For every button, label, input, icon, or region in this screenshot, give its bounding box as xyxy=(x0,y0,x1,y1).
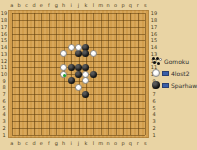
player-row-black[interactable]: Sparhawk xyxy=(152,79,197,91)
coordinate-label: 1 xyxy=(2,132,5,137)
coordinate-label: a xyxy=(10,141,13,146)
coordinate-label: 11 xyxy=(1,65,7,70)
coordinate-label: m xyxy=(98,141,103,146)
coordinate-label: 6 xyxy=(2,98,5,103)
coordinate-label: f xyxy=(48,3,50,8)
coordinate-label: l xyxy=(93,3,94,8)
grid-line-vertical xyxy=(108,13,109,134)
game-title: Gomoku xyxy=(164,58,189,65)
coordinate-label: p xyxy=(121,141,124,146)
coordinate-label: 10 xyxy=(1,72,7,77)
coordinate-label: e xyxy=(40,3,43,8)
white-stone-j8[interactable] xyxy=(75,84,82,91)
white-stone-icon xyxy=(152,69,160,77)
coordinate-label: l xyxy=(93,141,94,146)
coordinate-label: 15 xyxy=(151,38,157,43)
black-stone-l10[interactable] xyxy=(90,71,97,78)
black-stone-j10[interactable] xyxy=(75,71,82,78)
black-stone-j13[interactable] xyxy=(75,50,82,57)
coordinate-label: j xyxy=(78,141,79,146)
white-stone-j14[interactable] xyxy=(75,44,82,51)
coordinate-label: m xyxy=(98,3,103,8)
coordinate-label: i xyxy=(70,141,71,146)
coordinate-label: o xyxy=(114,3,117,8)
black-stone-j11[interactable] xyxy=(75,64,82,71)
coordinate-label: g xyxy=(55,141,58,146)
coordinate-label: 3 xyxy=(2,119,5,124)
grid-line-horizontal xyxy=(12,114,146,115)
coordinate-label: k xyxy=(84,3,87,8)
white-stone-i14[interactable] xyxy=(68,44,75,51)
coordinate-label: h xyxy=(62,3,65,8)
white-stone-l13[interactable] xyxy=(90,50,97,57)
coordinate-label: i xyxy=(70,3,71,8)
grid-line-vertical xyxy=(145,13,146,134)
black-stone-k7[interactable] xyxy=(82,91,89,98)
black-player-flag-icon xyxy=(162,83,169,88)
coordinate-label: 17 xyxy=(151,24,157,29)
coordinate-label: n xyxy=(107,141,110,146)
white-stone-k9[interactable] xyxy=(82,77,89,84)
black-stone-i9[interactable] xyxy=(68,77,75,84)
coordinate-label: r xyxy=(137,3,139,8)
coordinate-label: c xyxy=(25,3,28,8)
coordinate-label: g xyxy=(55,3,58,8)
black-stone-k11[interactable] xyxy=(82,64,89,71)
coordinate-label: 19 xyxy=(1,11,7,16)
white-player-name: 4lost2 xyxy=(171,70,189,77)
grid-line-vertical xyxy=(116,13,117,134)
coordinate-label: s xyxy=(144,141,147,146)
grid-line-horizontal xyxy=(12,101,146,102)
gomoku-board[interactable] xyxy=(8,10,149,138)
grid-line-horizontal xyxy=(12,128,146,129)
coordinate-label: 4 xyxy=(152,112,155,117)
grid-line-horizontal xyxy=(12,94,146,95)
grid-line-vertical xyxy=(123,13,124,134)
coordinate-label: 15 xyxy=(1,38,7,43)
coordinate-label: 18 xyxy=(1,18,7,23)
coordinate-label: 9 xyxy=(2,78,5,83)
white-stone-h11[interactable] xyxy=(60,64,67,71)
coordinate-label: d xyxy=(32,3,35,8)
coordinate-label: c xyxy=(25,141,28,146)
grid-line-vertical xyxy=(130,13,131,134)
coordinate-label: e xyxy=(40,141,43,146)
coordinate-label: 8 xyxy=(2,85,5,90)
gomoku-logo-icon xyxy=(152,57,162,66)
white-stone-h13[interactable] xyxy=(60,50,67,57)
coordinate-label: 19 xyxy=(151,11,157,16)
coordinate-label: b xyxy=(18,141,21,146)
coordinate-label: q xyxy=(129,141,132,146)
game-title-row: Gomoku xyxy=(152,55,197,67)
coordinate-label: 2 xyxy=(152,125,155,130)
coordinate-label: 16 xyxy=(151,31,157,36)
coordinate-label: 12 xyxy=(1,58,7,63)
coordinate-label: 7 xyxy=(152,92,155,97)
coordinate-label: r xyxy=(137,141,139,146)
coordinate-label: 5 xyxy=(152,105,155,110)
game-window: abcdefghijklmnopqrs abcdefghijklmnopqrs … xyxy=(0,0,197,150)
coordinate-label: h xyxy=(62,141,65,146)
game-legend: Gomoku 4lost2 Sparhawk xyxy=(152,55,197,91)
coordinate-label: 5 xyxy=(2,105,5,110)
coordinate-label: 1 xyxy=(152,132,155,137)
black-player-name: Sparhawk xyxy=(171,82,197,89)
coordinate-label: 4 xyxy=(2,112,5,117)
grid-line-horizontal xyxy=(12,81,146,82)
coordinate-label: o xyxy=(114,141,117,146)
coordinate-label: 3 xyxy=(152,119,155,124)
coordinate-label: 6 xyxy=(152,98,155,103)
coordinate-label: 13 xyxy=(1,51,7,56)
black-stone-i11[interactable] xyxy=(68,64,75,71)
coordinate-label: a xyxy=(10,3,13,8)
coordinate-label: 14 xyxy=(151,45,157,50)
coordinate-label: s xyxy=(144,3,147,8)
coordinate-label: d xyxy=(32,141,35,146)
coordinate-label: 7 xyxy=(2,92,5,97)
white-stone-h10[interactable] xyxy=(60,71,67,78)
grid-line-horizontal xyxy=(12,135,146,136)
coordinate-label: 18 xyxy=(151,18,157,23)
grid-line-horizontal xyxy=(12,108,146,109)
last-move-marker xyxy=(63,74,66,77)
coordinate-label: j xyxy=(78,3,79,8)
coordinate-label: q xyxy=(129,3,132,8)
coordinate-label: 16 xyxy=(1,31,7,36)
coordinate-label: f xyxy=(48,141,50,146)
white-player-flag-icon xyxy=(162,71,169,76)
coordinate-label: b xyxy=(18,3,21,8)
coordinate-label: k xyxy=(84,141,87,146)
grid-line-horizontal xyxy=(12,121,146,122)
grid-line-vertical xyxy=(138,13,139,134)
coordinate-label: p xyxy=(121,3,124,8)
black-stone-k13[interactable] xyxy=(82,50,89,57)
grid-line-vertical xyxy=(101,13,102,134)
black-stone-icon xyxy=(152,81,160,89)
coordinate-label: 2 xyxy=(2,125,5,130)
coordinate-label: 17 xyxy=(1,24,7,29)
player-row-white[interactable]: 4lost2 xyxy=(152,67,197,79)
coordinate-label: n xyxy=(107,3,110,8)
coordinate-label: 14 xyxy=(1,45,7,50)
